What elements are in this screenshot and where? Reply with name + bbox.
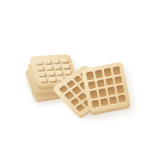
flat-waffle — [81, 61, 131, 112]
waffle-bump — [39, 78, 47, 82]
waffle-pocket — [105, 77, 113, 86]
flat-waffle-grid — [81, 61, 131, 112]
waffle-pocket — [91, 99, 99, 108]
waffle-bump — [60, 58, 68, 62]
waffle-bump — [36, 66, 44, 70]
waffle-bump — [62, 64, 70, 68]
photo-canvas — [0, 0, 155, 155]
waffle-pocket — [86, 71, 94, 80]
waffle-pocket — [75, 104, 85, 113]
waffle-pocket — [116, 85, 124, 94]
waffle-pocket — [97, 79, 105, 88]
waffle-pocket — [107, 86, 115, 95]
waffle-pocket — [100, 97, 108, 106]
waffle-bump — [43, 59, 51, 63]
waffle-pocket — [118, 94, 126, 103]
waffle-bump — [55, 70, 63, 74]
waffle-pocket — [112, 66, 120, 75]
waffle-bump — [48, 77, 56, 81]
waffle-pocket — [104, 68, 112, 77]
waffle-bump — [52, 59, 60, 63]
waffle-pocket — [90, 90, 98, 99]
waffle-pocket — [114, 75, 122, 84]
waffle-bump — [53, 65, 61, 69]
waffle-bump — [37, 72, 45, 76]
waffle-bump — [46, 71, 54, 75]
waffle-bump — [34, 60, 42, 64]
waffle-pocket — [95, 70, 103, 79]
waffle-pocket — [109, 96, 117, 105]
waffle-bump — [44, 65, 52, 69]
waffle-pocket — [88, 81, 96, 90]
waffle-pocket — [98, 88, 106, 97]
